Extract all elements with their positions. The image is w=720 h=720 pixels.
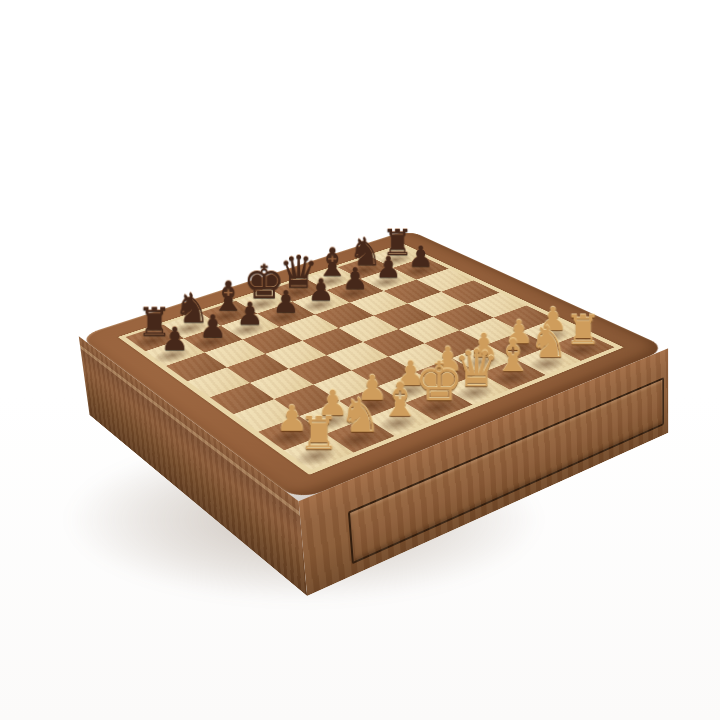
- black-pawn-b7: ♟: [375, 253, 401, 282]
- black-pawn-c7: ♟: [342, 264, 369, 294]
- black-pawn-e7: ♟: [272, 286, 299, 317]
- black-pawn-d7: ♟: [307, 275, 334, 305]
- black-pawn-a7: ♟: [408, 242, 434, 271]
- chess-box: ♜♞♝♚♛♝♞♜♟♟♟♟♟♟♟♟♟♟♟♟♟♟♟♟♜♞♝♚♛♝♞♜: [79, 230, 669, 502]
- scene: ♜♞♝♚♛♝♞♜♟♟♟♟♟♟♟♟♟♟♟♟♟♟♟♟♜♞♝♚♛♝♞♜: [0, 0, 720, 720]
- white-knight-g1: ♞: [339, 392, 381, 439]
- white-king-e1: ♚: [414, 354, 463, 409]
- white-knight-b1: ♞: [529, 321, 568, 365]
- white-rook-h1: ♜: [298, 410, 339, 456]
- black-pawn-g7: ♟: [199, 310, 227, 341]
- white-bishop-f1: ♝: [379, 377, 421, 424]
- stage: ♜♞♝♚♛♝♞♜♟♟♟♟♟♟♟♟♟♟♟♟♟♟♟♟♜♞♝♚♛♝♞♜: [0, 0, 720, 720]
- white-rook-a1: ♜: [564, 309, 601, 350]
- black-pawn-h7: ♟: [160, 323, 189, 355]
- black-pawn-f7: ♟: [236, 298, 264, 329]
